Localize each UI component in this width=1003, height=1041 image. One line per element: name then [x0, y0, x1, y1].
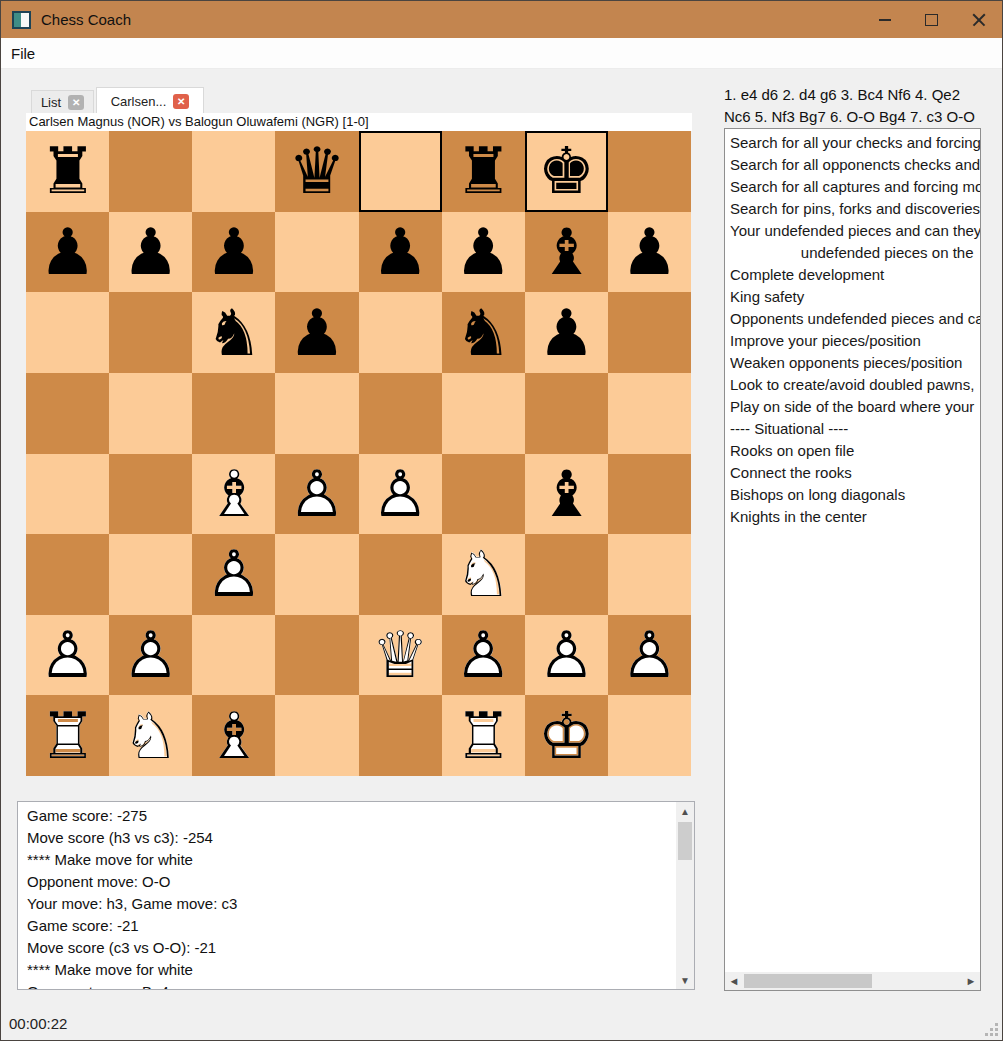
- tip-item[interactable]: Weaken opponents pieces/position: [730, 352, 980, 374]
- tip-item[interactable]: Bishops on long diagonals: [730, 484, 980, 506]
- square-b8[interactable]: [109, 131, 192, 212]
- tab-list[interactable]: List ✕: [31, 90, 94, 115]
- square-a1[interactable]: ♜♖: [26, 695, 109, 776]
- log-scroll-thumb[interactable]: [678, 822, 692, 860]
- piece-white-knight-outline: ♘: [442, 534, 525, 615]
- square-g1[interactable]: ♚♔: [525, 695, 608, 776]
- square-h5[interactable]: [608, 373, 691, 454]
- piece-black-bishop: ♝: [525, 212, 608, 293]
- piece-black-bishop: ♝: [525, 454, 608, 535]
- move-list: 1. e4 d6 2. d4 g6 3. Bc4 Nf6 4. Qe2 Nc6 …: [724, 84, 988, 128]
- scroll-right-icon[interactable]: ►: [962, 972, 980, 990]
- window-title: Chess Coach: [41, 11, 131, 28]
- square-e8[interactable]: [359, 131, 442, 212]
- piece-white-pawn-outline: ♙: [359, 454, 442, 535]
- engine-log-lines: Game score: -275Move score (h3 vs c3): -…: [18, 802, 676, 989]
- square-e3[interactable]: [359, 534, 442, 615]
- square-d8[interactable]: ♛: [275, 131, 358, 212]
- piece-white-pawn-outline: ♙: [525, 615, 608, 696]
- tip-item[interactable]: King safety: [730, 286, 980, 308]
- tip-item[interactable]: Complete development: [730, 264, 980, 286]
- piece-white-pawn-outline: ♙: [192, 534, 275, 615]
- menu-file[interactable]: File: [1, 45, 45, 62]
- title-bar: Chess Coach: [1, 1, 1002, 38]
- maximize-icon: [925, 14, 938, 26]
- square-e1[interactable]: [359, 695, 442, 776]
- tip-item[interactable]: Rooks on open file: [730, 440, 980, 462]
- scroll-down-icon[interactable]: ▼: [676, 971, 694, 989]
- log-vertical-scrollbar[interactable]: ▲ ▼: [676, 802, 694, 989]
- log-line: Opponent move: O-O: [27, 871, 676, 893]
- square-d1[interactable]: [275, 695, 358, 776]
- square-c6[interactable]: ♞: [192, 292, 275, 373]
- log-line: **** Make move for white: [27, 959, 676, 981]
- square-g3[interactable]: [525, 534, 608, 615]
- square-g8[interactable]: ♚: [525, 131, 608, 212]
- square-a2[interactable]: ♟♙: [26, 615, 109, 696]
- tab-game-label: Carlsen...: [111, 94, 167, 109]
- square-f6[interactable]: ♞: [442, 292, 525, 373]
- close-button[interactable]: [955, 1, 1002, 38]
- square-a7[interactable]: ♟: [26, 212, 109, 293]
- log-line: Your move: h3, Game move: c3: [27, 893, 676, 915]
- tab-list-close-icon[interactable]: ✕: [68, 95, 84, 110]
- square-g5[interactable]: [525, 373, 608, 454]
- square-a5[interactable]: [26, 373, 109, 454]
- tip-item[interactable]: Search for all your checks and forcing: [730, 132, 980, 154]
- log-line: Game score: -275: [27, 805, 676, 827]
- square-g4[interactable]: ♝: [525, 454, 608, 535]
- elapsed-time: 00:00:22: [9, 1015, 67, 1032]
- square-h3[interactable]: [608, 534, 691, 615]
- square-e5[interactable]: [359, 373, 442, 454]
- square-h8[interactable]: [608, 131, 691, 212]
- square-f3[interactable]: ♞♘: [442, 534, 525, 615]
- window-controls: [861, 1, 1002, 38]
- square-c8[interactable]: [192, 131, 275, 212]
- tip-item[interactable]: Connect the rooks: [730, 462, 980, 484]
- piece-black-pawn: ♟: [192, 212, 275, 293]
- tip-item[interactable]: Your undefended pieces and can they: [730, 220, 980, 242]
- piece-white-knight-outline: ♘: [109, 695, 192, 776]
- square-a6[interactable]: [26, 292, 109, 373]
- square-h4[interactable]: [608, 454, 691, 535]
- square-h6[interactable]: [608, 292, 691, 373]
- log-line: Opponent move: Bg4: [27, 981, 676, 989]
- tip-item[interactable]: Search for all opponencts checks and: [730, 154, 980, 176]
- tip-item[interactable]: Search for all captures and forcing mo: [730, 176, 980, 198]
- square-c3[interactable]: ♟♙: [192, 534, 275, 615]
- square-d2[interactable]: [275, 615, 358, 696]
- square-g6[interactable]: ♟: [525, 292, 608, 373]
- piece-white-king-outline: ♔: [525, 695, 608, 776]
- square-b3[interactable]: [109, 534, 192, 615]
- piece-white-pawn-outline: ♙: [442, 615, 525, 696]
- square-a3[interactable]: [26, 534, 109, 615]
- status-bar: 00:00:22: [1, 1007, 1002, 1040]
- log-line: **** Make move for white: [27, 849, 676, 871]
- square-c2[interactable]: [192, 615, 275, 696]
- square-e2[interactable]: ♛♕: [359, 615, 442, 696]
- square-d3[interactable]: [275, 534, 358, 615]
- chess-coach-window: Chess Coach File List ✕ Carlsen... ✕ Car…: [0, 0, 1003, 1041]
- piece-white-queen-outline: ♕: [359, 615, 442, 696]
- resize-grip-icon[interactable]: [984, 1022, 998, 1036]
- square-g7[interactable]: ♝: [525, 212, 608, 293]
- square-b7[interactable]: ♟: [109, 212, 192, 293]
- square-b1[interactable]: ♞♘: [109, 695, 192, 776]
- piece-black-rook: ♜: [442, 131, 525, 212]
- tab-list-label: List: [41, 95, 61, 110]
- square-e7[interactable]: ♟: [359, 212, 442, 293]
- square-f7[interactable]: ♟: [442, 212, 525, 293]
- square-e4[interactable]: ♟♙: [359, 454, 442, 535]
- log-line: Move score (h3 vs c3): -254: [27, 827, 676, 849]
- piece-black-pawn: ♟: [525, 292, 608, 373]
- piece-black-king: ♚: [525, 131, 608, 212]
- square-c7[interactable]: ♟: [192, 212, 275, 293]
- tip-item[interactable]: undefended pieces on the: [730, 242, 980, 264]
- tip-item[interactable]: Look to create/avoid doubled pawns,: [730, 374, 980, 396]
- square-b6[interactable]: [109, 292, 192, 373]
- piece-white-rook-outline: ♖: [26, 695, 109, 776]
- tip-item[interactable]: ---- Situational ----: [730, 418, 980, 440]
- log-line: Move score (c3 vs O-O): -21: [27, 937, 676, 959]
- tip-item[interactable]: Improve your pieces/position: [730, 330, 980, 352]
- log-line: Game score: -21: [27, 915, 676, 937]
- piece-black-pawn: ♟: [442, 212, 525, 293]
- tip-item[interactable]: Search for pins, forks and discoveries: [730, 198, 980, 220]
- tip-item[interactable]: Knights in the center: [730, 506, 980, 528]
- piece-black-knight: ♞: [192, 292, 275, 373]
- square-c4[interactable]: ♝♗: [192, 454, 275, 535]
- square-h2[interactable]: ♟♙: [608, 615, 691, 696]
- minimize-icon: [879, 19, 891, 21]
- engine-log-panel: Game score: -275Move score (h3 vs c3): -…: [17, 801, 695, 990]
- app-icon: [12, 11, 31, 29]
- square-d5[interactable]: [275, 373, 358, 454]
- tip-item[interactable]: Play on side of the board where your: [730, 396, 980, 418]
- piece-black-pawn: ♟: [608, 212, 691, 293]
- piece-black-pawn: ♟: [359, 212, 442, 293]
- square-d6[interactable]: ♟: [275, 292, 358, 373]
- square-h7[interactable]: ♟: [608, 212, 691, 293]
- piece-black-pawn: ♟: [275, 292, 358, 373]
- square-d7[interactable]: [275, 212, 358, 293]
- coaching-tips-list: Search for all your checks and forcingSe…: [725, 129, 980, 528]
- scroll-up-icon[interactable]: ▲: [676, 802, 694, 820]
- piece-white-pawn-outline: ♙: [26, 615, 109, 696]
- piece-white-pawn-outline: ♙: [109, 615, 192, 696]
- tab-game[interactable]: Carlsen... ✕: [96, 87, 204, 115]
- square-f5[interactable]: [442, 373, 525, 454]
- square-f8[interactable]: ♜: [442, 131, 525, 212]
- square-b2[interactable]: ♟♙: [109, 615, 192, 696]
- piece-white-pawn-outline: ♙: [275, 454, 358, 535]
- game-header: Carlsen Magnus (NOR) vs Balogun Oluwafem…: [26, 113, 692, 131]
- square-c5[interactable]: [192, 373, 275, 454]
- piece-black-pawn: ♟: [109, 212, 192, 293]
- piece-black-pawn: ♟: [26, 212, 109, 293]
- square-g2[interactable]: ♟♙: [525, 615, 608, 696]
- square-a8[interactable]: ♜: [26, 131, 109, 212]
- square-h1[interactable]: [608, 695, 691, 776]
- piece-white-pawn-outline: ♙: [608, 615, 691, 696]
- minimize-button[interactable]: [861, 1, 908, 38]
- maximize-button[interactable]: [908, 1, 955, 38]
- piece-black-queen: ♛: [275, 131, 358, 212]
- piece-black-knight: ♞: [442, 292, 525, 373]
- piece-white-bishop-outline: ♗: [192, 454, 275, 535]
- square-f4[interactable]: [442, 454, 525, 535]
- chess-board: ♜♛♜♚♟♟♟♟♟♝♟♞♟♞♟♝♗♟♙♟♙♝♟♙♞♘♟♙♟♙♛♕♟♙♟♙♟♙♜♖…: [26, 131, 691, 776]
- tips-scroll-thumb[interactable]: [744, 974, 872, 988]
- coaching-tips-listbox: Search for all your checks and forcingSe…: [724, 128, 981, 991]
- piece-black-rook: ♜: [26, 131, 109, 212]
- square-b4[interactable]: [109, 454, 192, 535]
- tip-item[interactable]: Opponents undefended pieces and ca: [730, 308, 980, 330]
- square-f1[interactable]: ♜♖: [442, 695, 525, 776]
- close-icon: [972, 13, 986, 27]
- piece-white-rook-outline: ♖: [442, 695, 525, 776]
- piece-white-bishop-outline: ♗: [192, 695, 275, 776]
- square-a4[interactable]: [26, 454, 109, 535]
- square-f2[interactable]: ♟♙: [442, 615, 525, 696]
- tab-game-close-icon[interactable]: ✕: [173, 94, 189, 109]
- square-c1[interactable]: ♝♗: [192, 695, 275, 776]
- tips-horizontal-scrollbar[interactable]: ◄ ►: [725, 972, 980, 990]
- square-b5[interactable]: [109, 373, 192, 454]
- square-e6[interactable]: [359, 292, 442, 373]
- scroll-left-icon[interactable]: ◄: [725, 972, 743, 990]
- square-d4[interactable]: ♟♙: [275, 454, 358, 535]
- menu-bar: File: [1, 38, 1002, 69]
